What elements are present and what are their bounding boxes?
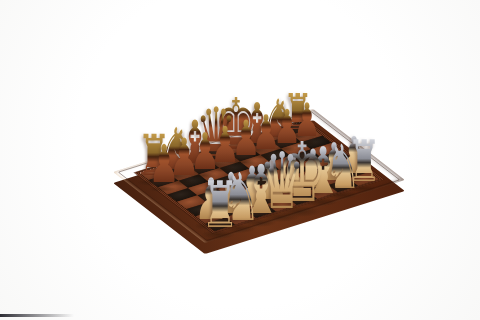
- white-rook-glyph: ♜: [201, 173, 239, 237]
- pieces-layer: ♜♞♝♛♚♝♞♜♟♟♟♟♟♟♟♟♟♟♟♟♟♟♟♟♜♞♝♛♚♝♞♜: [0, 0, 480, 320]
- black-pawn-glyph: ♟: [148, 138, 179, 190]
- product-photo-scene: chess ♜♞♝♛♚♝♞♜♟♟♟♟♟♟♟♟♟♟♟♟♟♟♟♟♜♞♝♛♚♝♞♜: [0, 0, 480, 320]
- photo-corner-artifact: [0, 314, 74, 317]
